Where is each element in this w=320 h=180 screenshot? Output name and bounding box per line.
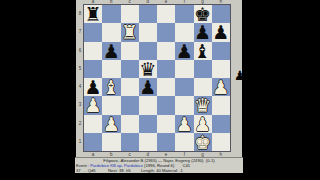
square-b4[interactable]: ♝: [102, 78, 120, 96]
square-g2[interactable]: ♟: [194, 115, 212, 133]
piece-black-rook: ♜: [85, 5, 102, 23]
square-b3[interactable]: [102, 96, 120, 114]
square-a8[interactable]: ♜: [84, 5, 102, 23]
square-c6[interactable]: [121, 42, 139, 60]
piece-white-pawn: ♟: [176, 115, 193, 133]
square-d1[interactable]: [139, 133, 157, 151]
piece-white-pawn: ♟: [194, 115, 211, 133]
square-f5[interactable]: [175, 60, 193, 78]
chess-board: ♜♚♜♟♟♟♟♝♛♟♝♟♟♟♛♟♟♟♚: [83, 4, 231, 152]
piece-white-pawn: ♟: [85, 96, 102, 114]
game-length: Length: 40: [141, 168, 161, 173]
square-f2[interactable]: ♟: [175, 115, 193, 133]
square-e7[interactable]: [157, 23, 175, 41]
chess-viewer-panel: abcdefgh 87654321 ♜♚♜♟♟♟♟♝♛♟♝♟♟♟♛♟♟♟♚ ab…: [76, 0, 242, 172]
piece-white-bishop: ♝: [103, 78, 120, 96]
square-f4[interactable]: [175, 78, 193, 96]
square-a7[interactable]: [84, 23, 102, 41]
square-c3[interactable]: [121, 96, 139, 114]
square-d8[interactable]: [139, 5, 157, 23]
square-c1[interactable]: [121, 133, 139, 151]
square-c5[interactable]: [121, 60, 139, 78]
piece-white-pawn: ♟: [212, 78, 229, 96]
black-pawn-icon: ♟: [234, 69, 246, 82]
piece-black-pawn: ♟: [212, 23, 229, 41]
game-info-bar: Filipovic, Alexander B (2365) — Najer, E…: [75, 157, 243, 173]
piece-black-bishop: ♝: [194, 42, 211, 60]
square-b6[interactable]: ♟: [102, 42, 120, 60]
square-h4[interactable]: ♟: [212, 78, 230, 96]
square-f1[interactable]: [175, 133, 193, 151]
piece-white-king: ♚: [194, 133, 211, 151]
square-d6[interactable]: [139, 42, 157, 60]
square-f7[interactable]: [175, 23, 193, 41]
square-b2[interactable]: ♟: [102, 115, 120, 133]
square-g6[interactable]: ♝: [194, 42, 212, 60]
material-balance: Material: -1: [162, 168, 183, 173]
square-g5[interactable]: [194, 60, 212, 78]
square-e3[interactable]: [157, 96, 175, 114]
square-a6[interactable]: [84, 42, 102, 60]
piece-black-pawn: ♟: [139, 78, 156, 96]
square-h6[interactable]: [212, 42, 230, 60]
piece-black-pawn: ♟: [194, 23, 211, 41]
video-frame: abcdefgh 87654321 ♜♚♜♟♟♟♟♝♛♟♝♟♟♟♛♟♟♟♚ ab…: [0, 0, 320, 180]
square-d7[interactable]: [139, 23, 157, 41]
next-move: Next: 38. h5: [108, 168, 131, 173]
piece-black-pawn: ♟: [103, 42, 120, 60]
square-d3[interactable]: [139, 96, 157, 114]
square-g7[interactable]: ♟: [194, 23, 212, 41]
square-e8[interactable]: [157, 5, 175, 23]
piece-white-queen: ♛: [194, 96, 211, 114]
square-c7[interactable]: ♜: [121, 23, 139, 41]
piece-black-pawn: ♟: [176, 42, 193, 60]
square-f3[interactable]: [175, 96, 193, 114]
square-e2[interactable]: [157, 115, 175, 133]
last-move: 37. ... Qd5: [76, 168, 96, 173]
square-g1[interactable]: ♚: [194, 133, 212, 151]
square-b1[interactable]: [102, 133, 120, 151]
square-g3[interactable]: ♛: [194, 96, 212, 114]
square-b8[interactable]: [102, 5, 120, 23]
square-e1[interactable]: [157, 133, 175, 151]
square-d4[interactable]: ♟: [139, 78, 157, 96]
square-h2[interactable]: [212, 115, 230, 133]
square-e4[interactable]: [157, 78, 175, 96]
square-d2[interactable]: [139, 115, 157, 133]
square-a1[interactable]: [84, 133, 102, 151]
piece-white-pawn: ♟: [103, 115, 120, 133]
square-e6[interactable]: [157, 42, 175, 60]
square-f6[interactable]: ♟: [175, 42, 193, 60]
square-c2[interactable]: [121, 115, 139, 133]
square-a3[interactable]: ♟: [84, 96, 102, 114]
game-result: (0-1): [206, 158, 215, 163]
square-a2[interactable]: [84, 115, 102, 133]
moves-line: 37. ... Qd5 Next: 38. h5 Length: 40 Mate…: [75, 168, 243, 173]
square-f8[interactable]: [175, 5, 193, 23]
square-h7[interactable]: ♟: [212, 23, 230, 41]
piece-white-rook: ♜: [121, 23, 138, 41]
square-h1[interactable]: [212, 133, 230, 151]
square-b7[interactable]: [102, 23, 120, 41]
square-h3[interactable]: [212, 96, 230, 114]
square-c4[interactable]: [121, 78, 139, 96]
square-e5[interactable]: [157, 60, 175, 78]
